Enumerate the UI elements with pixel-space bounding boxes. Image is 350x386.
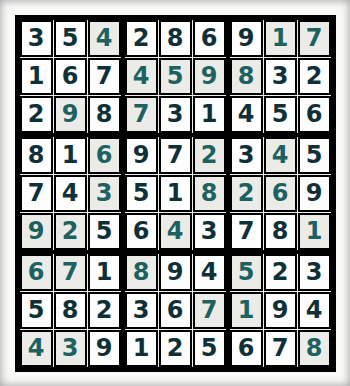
cell-r7c8[interactable]: 2 xyxy=(264,254,297,291)
cell-r7c1[interactable]: 6 xyxy=(20,254,53,291)
cell-r8c5[interactable]: 6 xyxy=(159,292,192,329)
cell-r1c4[interactable]: 2 xyxy=(125,20,158,57)
cell-r6c3[interactable]: 5 xyxy=(88,213,121,250)
sudoku-box-6: 345269781 xyxy=(228,135,333,252)
cell-r7c5[interactable]: 9 xyxy=(159,254,192,291)
cell-r4c3[interactable]: 6 xyxy=(88,137,121,174)
cell-r1c8[interactable]: 1 xyxy=(264,20,297,57)
cell-r3c2[interactable]: 9 xyxy=(54,96,87,133)
cell-r2c4[interactable]: 4 xyxy=(125,58,158,95)
cell-r1c6[interactable]: 6 xyxy=(193,20,226,57)
cell-r6c2[interactable]: 2 xyxy=(54,213,87,250)
cell-r4c4[interactable]: 9 xyxy=(125,137,158,174)
cell-r2c5[interactable]: 5 xyxy=(159,58,192,95)
cell-r6c1[interactable]: 9 xyxy=(20,213,53,250)
cell-r6c8[interactable]: 8 xyxy=(264,213,297,250)
cell-r3c8[interactable]: 5 xyxy=(264,96,297,133)
sudoku-box-4: 816743925 xyxy=(18,135,123,252)
cell-r8c3[interactable]: 2 xyxy=(88,292,121,329)
cell-r5c5[interactable]: 1 xyxy=(159,175,192,212)
cell-r1c7[interactable]: 9 xyxy=(230,20,263,57)
cell-r2c3[interactable]: 7 xyxy=(88,58,121,95)
cell-r1c9[interactable]: 7 xyxy=(298,20,331,57)
cell-r4c7[interactable]: 3 xyxy=(230,137,263,174)
cell-r2c9[interactable]: 2 xyxy=(298,58,331,95)
cell-r2c6[interactable]: 9 xyxy=(193,58,226,95)
cell-r8c4[interactable]: 3 xyxy=(125,292,158,329)
cell-r5c6[interactable]: 8 xyxy=(193,175,226,212)
cell-r7c4[interactable]: 8 xyxy=(125,254,158,291)
cell-r1c1[interactable]: 3 xyxy=(20,20,53,57)
cell-r7c3[interactable]: 1 xyxy=(88,254,121,291)
cell-r8c1[interactable]: 5 xyxy=(20,292,53,329)
cell-r7c6[interactable]: 4 xyxy=(193,254,226,291)
cell-r5c7[interactable]: 2 xyxy=(230,175,263,212)
cell-r9c6[interactable]: 5 xyxy=(193,330,226,367)
cell-r3c3[interactable]: 8 xyxy=(88,96,121,133)
cell-r3c6[interactable]: 1 xyxy=(193,96,226,133)
sudoku-box-5: 972518643 xyxy=(123,135,228,252)
cell-r7c9[interactable]: 3 xyxy=(298,254,331,291)
cell-r4c1[interactable]: 8 xyxy=(20,137,53,174)
cell-r9c1[interactable]: 4 xyxy=(20,330,53,367)
cell-r5c4[interactable]: 5 xyxy=(125,175,158,212)
cell-r6c5[interactable]: 4 xyxy=(159,213,192,250)
cell-r8c8[interactable]: 9 xyxy=(264,292,297,329)
cell-r5c3[interactable]: 3 xyxy=(88,175,121,212)
cell-r9c3[interactable]: 9 xyxy=(88,330,121,367)
cell-r4c5[interactable]: 7 xyxy=(159,137,192,174)
sudoku-box-8: 894367125 xyxy=(123,252,228,369)
sudoku-box-9: 523194678 xyxy=(228,252,333,369)
cell-r6c7[interactable]: 7 xyxy=(230,213,263,250)
cell-r9c2[interactable]: 3 xyxy=(54,330,87,367)
cell-r5c9[interactable]: 9 xyxy=(298,175,331,212)
cell-r1c2[interactable]: 5 xyxy=(54,20,87,57)
cell-r3c4[interactable]: 7 xyxy=(125,96,158,133)
sudoku-box-1: 354167298 xyxy=(18,18,123,135)
cell-r4c8[interactable]: 4 xyxy=(264,137,297,174)
sudoku-box-3: 917832456 xyxy=(228,18,333,135)
cell-r4c9[interactable]: 5 xyxy=(298,137,331,174)
sudoku-box-7: 671582439 xyxy=(18,252,123,369)
cell-r1c3[interactable]: 4 xyxy=(88,20,121,57)
cell-r2c7[interactable]: 8 xyxy=(230,58,263,95)
cell-r9c7[interactable]: 6 xyxy=(230,330,263,367)
cell-r1c5[interactable]: 8 xyxy=(159,20,192,57)
sudoku-box-2: 286459731 xyxy=(123,18,228,135)
cell-r8c6[interactable]: 7 xyxy=(193,292,226,329)
cell-r7c7[interactable]: 5 xyxy=(230,254,263,291)
cell-r6c9[interactable]: 1 xyxy=(298,213,331,250)
cell-r4c6[interactable]: 2 xyxy=(193,137,226,174)
cell-r2c1[interactable]: 1 xyxy=(20,58,53,95)
cell-r8c9[interactable]: 4 xyxy=(298,292,331,329)
cell-r4c2[interactable]: 1 xyxy=(54,137,87,174)
cell-r3c7[interactable]: 4 xyxy=(230,96,263,133)
cell-r9c4[interactable]: 1 xyxy=(125,330,158,367)
cell-r9c5[interactable]: 2 xyxy=(159,330,192,367)
sudoku-board: 3541672982864597319178324568167439259725… xyxy=(15,15,336,372)
cell-r3c1[interactable]: 2 xyxy=(20,96,53,133)
cell-r6c6[interactable]: 3 xyxy=(193,213,226,250)
cell-r8c2[interactable]: 8 xyxy=(54,292,87,329)
cell-r5c1[interactable]: 7 xyxy=(20,175,53,212)
cell-r3c9[interactable]: 6 xyxy=(298,96,331,133)
cell-r7c2[interactable]: 7 xyxy=(54,254,87,291)
cell-r2c8[interactable]: 3 xyxy=(264,58,297,95)
cell-r5c2[interactable]: 4 xyxy=(54,175,87,212)
page-background: 3541672982864597319178324568167439259725… xyxy=(0,0,350,386)
cell-r6c4[interactable]: 6 xyxy=(125,213,158,250)
cell-r9c8[interactable]: 7 xyxy=(264,330,297,367)
cell-r3c5[interactable]: 3 xyxy=(159,96,192,133)
cell-r9c9[interactable]: 8 xyxy=(298,330,331,367)
cell-r5c8[interactable]: 6 xyxy=(264,175,297,212)
cell-r8c7[interactable]: 1 xyxy=(230,292,263,329)
cell-r2c2[interactable]: 6 xyxy=(54,58,87,95)
